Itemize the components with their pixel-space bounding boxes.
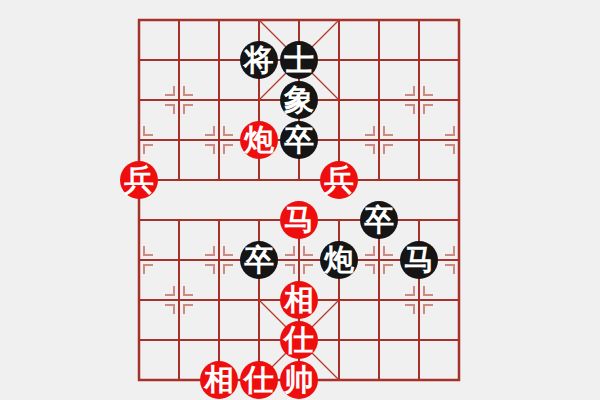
piece-black-soldier[interactable]: 卒	[280, 121, 318, 159]
piece-red-elephant[interactable]: 相	[280, 281, 318, 319]
piece-black-advisor[interactable]: 士	[280, 41, 318, 79]
piece-black-general[interactable]: 将	[240, 41, 278, 79]
piece-black-elephant[interactable]: 象	[280, 81, 318, 119]
piece-red-soldier[interactable]: 兵	[120, 161, 158, 199]
piece-black-horse[interactable]: 马	[400, 241, 438, 279]
piece-black-soldier[interactable]: 卒	[240, 241, 278, 279]
piece-red-horse[interactable]: 马	[280, 201, 318, 239]
piece-red-advisor[interactable]: 仕	[240, 361, 278, 399]
piece-red-soldier[interactable]: 兵	[320, 161, 358, 199]
piece-red-cannon[interactable]: 炮	[240, 121, 278, 159]
piece-black-cannon[interactable]: 炮	[320, 241, 358, 279]
piece-red-advisor[interactable]: 仕	[280, 321, 318, 359]
piece-black-soldier[interactable]: 卒	[360, 201, 398, 239]
piece-red-elephant[interactable]: 相	[200, 361, 238, 399]
xiangqi-board[interactable]: 将士象卒炮兵兵马卒卒炮马相仕相仕帅	[0, 0, 600, 400]
piece-red-general[interactable]: 帅	[280, 361, 318, 399]
